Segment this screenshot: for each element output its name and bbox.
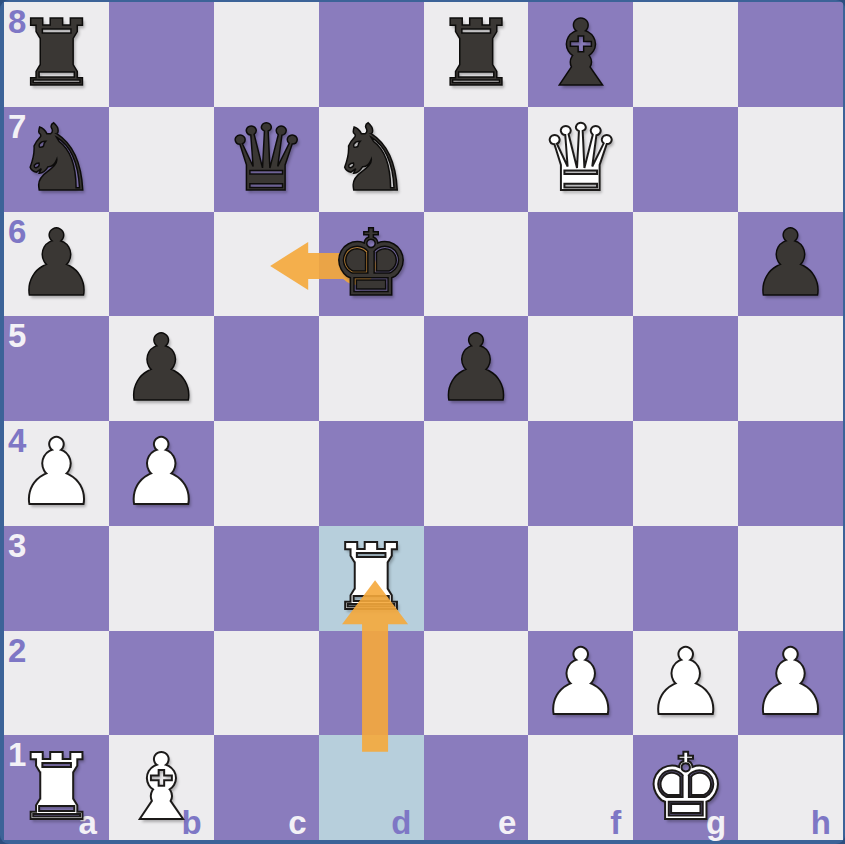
square-e4[interactable] — [424, 421, 529, 526]
square-c5[interactable] — [214, 316, 319, 421]
square-g6[interactable] — [633, 212, 738, 317]
square-c1[interactable] — [214, 735, 319, 840]
square-c3[interactable] — [214, 526, 319, 631]
square-c4[interactable] — [214, 421, 319, 526]
square-g4[interactable] — [633, 421, 738, 526]
square-e2[interactable] — [424, 631, 529, 736]
piece-black-rook[interactable]: ♜ — [435, 8, 517, 100]
piece-black-bishop[interactable]: ♝ — [540, 8, 622, 100]
square-b1[interactable]: ♝ — [109, 735, 214, 840]
square-a5[interactable] — [4, 316, 109, 421]
square-h1[interactable] — [738, 735, 843, 840]
square-h6[interactable]: ♟ — [738, 212, 843, 317]
square-a2[interactable] — [4, 631, 109, 736]
piece-black-pawn[interactable]: ♟ — [120, 323, 202, 415]
square-e3[interactable] — [424, 526, 529, 631]
square-g3[interactable] — [633, 526, 738, 631]
square-c2[interactable] — [214, 631, 319, 736]
piece-white-king[interactable]: ♚ — [644, 742, 726, 834]
square-f5[interactable] — [528, 316, 633, 421]
square-e5[interactable]: ♟ — [424, 316, 529, 421]
square-e8[interactable]: ♜ — [424, 2, 529, 107]
square-d6[interactable]: ♚ — [319, 212, 424, 317]
square-h7[interactable] — [738, 107, 843, 212]
square-f2[interactable]: ♟ — [528, 631, 633, 736]
square-g2[interactable]: ♟ — [633, 631, 738, 736]
square-a3[interactable] — [4, 526, 109, 631]
piece-white-pawn[interactable]: ♟ — [749, 637, 831, 729]
square-a6[interactable]: ♟ — [4, 212, 109, 317]
piece-white-rook[interactable]: ♜ — [15, 742, 97, 834]
square-e6[interactable] — [424, 212, 529, 317]
square-d2[interactable] — [319, 631, 424, 736]
square-e7[interactable] — [424, 107, 529, 212]
square-h3[interactable] — [738, 526, 843, 631]
square-h4[interactable] — [738, 421, 843, 526]
square-b2[interactable] — [109, 631, 214, 736]
square-h2[interactable]: ♟ — [738, 631, 843, 736]
square-g8[interactable] — [633, 2, 738, 107]
square-f7[interactable]: ♛ — [528, 107, 633, 212]
piece-black-pawn[interactable]: ♟ — [15, 218, 97, 310]
square-a4[interactable]: ♟ — [4, 421, 109, 526]
piece-black-king[interactable]: ♚ — [330, 218, 412, 310]
square-f6[interactable] — [528, 212, 633, 317]
piece-white-rook[interactable]: ♜ — [330, 532, 412, 624]
square-g5[interactable] — [633, 316, 738, 421]
piece-black-rook[interactable]: ♜ — [15, 8, 97, 100]
board-grid: ♜♜♝♞♛♞♛♟♚♟♟♟♟♟♜♟♟♟♜♝♚ — [4, 2, 843, 840]
square-d8[interactable] — [319, 2, 424, 107]
chess-board: ♜♜♝♞♛♞♛♟♚♟♟♟♟♟♜♟♟♟♜♝♚ 87654321abcdefgh — [0, 0, 845, 844]
piece-white-pawn[interactable]: ♟ — [120, 427, 202, 519]
square-c8[interactable] — [214, 2, 319, 107]
square-f8[interactable]: ♝ — [528, 2, 633, 107]
square-a7[interactable]: ♞ — [4, 107, 109, 212]
square-g1[interactable]: ♚ — [633, 735, 738, 840]
square-c7[interactable]: ♛ — [214, 107, 319, 212]
square-d7[interactable]: ♞ — [319, 107, 424, 212]
square-g7[interactable] — [633, 107, 738, 212]
square-b6[interactable] — [109, 212, 214, 317]
piece-white-pawn[interactable]: ♟ — [15, 427, 97, 519]
piece-white-pawn[interactable]: ♟ — [644, 637, 726, 729]
piece-white-pawn[interactable]: ♟ — [540, 637, 622, 729]
piece-black-knight[interactable]: ♞ — [330, 113, 412, 205]
square-a1[interactable]: ♜ — [4, 735, 109, 840]
square-f1[interactable] — [528, 735, 633, 840]
piece-black-pawn[interactable]: ♟ — [749, 218, 831, 310]
square-e1[interactable] — [424, 735, 529, 840]
square-b8[interactable] — [109, 2, 214, 107]
square-b7[interactable] — [109, 107, 214, 212]
square-b4[interactable]: ♟ — [109, 421, 214, 526]
square-b3[interactable] — [109, 526, 214, 631]
square-d4[interactable] — [319, 421, 424, 526]
square-b5[interactable]: ♟ — [109, 316, 214, 421]
square-d3[interactable]: ♜ — [319, 526, 424, 631]
square-f3[interactable] — [528, 526, 633, 631]
square-c6[interactable] — [214, 212, 319, 317]
piece-white-bishop[interactable]: ♝ — [120, 742, 202, 834]
square-a8[interactable]: ♜ — [4, 2, 109, 107]
piece-black-pawn[interactable]: ♟ — [435, 323, 517, 415]
square-h8[interactable] — [738, 2, 843, 107]
piece-black-knight[interactable]: ♞ — [15, 113, 97, 205]
piece-white-queen[interactable]: ♛ — [540, 113, 622, 205]
square-d1[interactable] — [319, 735, 424, 840]
square-h5[interactable] — [738, 316, 843, 421]
piece-black-queen[interactable]: ♛ — [225, 113, 307, 205]
square-d5[interactable] — [319, 316, 424, 421]
square-f4[interactable] — [528, 421, 633, 526]
